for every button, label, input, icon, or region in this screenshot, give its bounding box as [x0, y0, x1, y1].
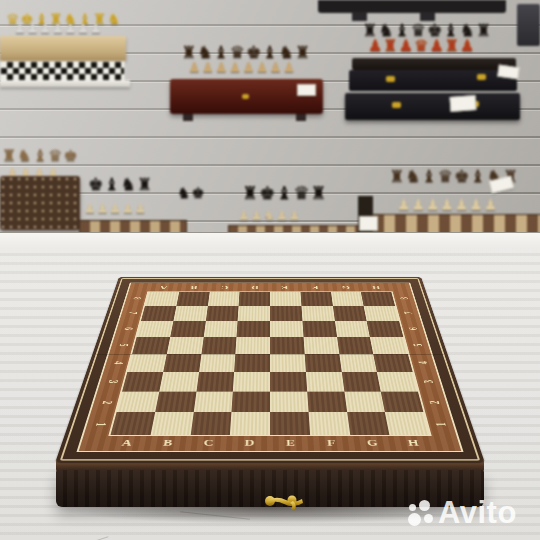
- rank-label-right: 3: [422, 380, 435, 383]
- square-h2: [381, 391, 424, 412]
- square-h3: [377, 372, 418, 391]
- table-scratch: [42, 536, 109, 540]
- metal-chess-pieces-silver: ♟♟♟♟♟♟♟: [14, 22, 103, 35]
- ornate-carved-box: [0, 176, 80, 230]
- square-d5: [236, 337, 270, 354]
- file-label-bottom: C: [203, 439, 214, 447]
- file-label-top: F: [312, 285, 319, 289]
- square-c4: [199, 354, 236, 372]
- square-d4: [234, 354, 270, 372]
- rank-label-right: 5: [412, 344, 424, 347]
- square-e2: [270, 391, 308, 412]
- file-label-bottom: G: [366, 439, 378, 447]
- avito-logo-icon: [407, 497, 435, 529]
- rank-label-left: 5: [116, 344, 128, 347]
- square-e3: [270, 372, 307, 391]
- square-e8: [270, 292, 301, 306]
- square-d1: [230, 412, 270, 435]
- price-tag: [297, 84, 316, 96]
- rank-label-left: 4: [111, 361, 124, 364]
- square-b8: [176, 292, 209, 306]
- carved-chess-pieces-light: ♟♟♟♟♟♟♟♟: [188, 60, 296, 74]
- square-a7: [141, 306, 176, 321]
- price-tag: [450, 95, 477, 112]
- square-d7: [238, 306, 270, 321]
- file-label-bottom: A: [121, 439, 133, 447]
- square-d2: [232, 391, 270, 412]
- rank-label-left: 7: [126, 312, 137, 314]
- square-h7: [364, 306, 399, 321]
- square-c8: [207, 292, 239, 306]
- rank-label-left: 1: [92, 422, 106, 426]
- file-label-top: C: [221, 285, 229, 289]
- brass-knob-icon: [242, 94, 249, 99]
- square-g7: [333, 306, 367, 321]
- square-h4: [373, 354, 412, 372]
- file-label-top: G: [342, 285, 351, 289]
- board-field: [111, 292, 430, 435]
- square-f6: [302, 321, 336, 337]
- square-f1: [308, 412, 349, 435]
- square-e7: [270, 306, 302, 321]
- square-a8: [145, 292, 179, 306]
- brass-latch-icon: [392, 102, 401, 108]
- file-label-bottom: H: [407, 439, 419, 447]
- square-g6: [335, 321, 370, 337]
- cream-chess-pieces: ♟♟♟♟♟: [84, 202, 147, 215]
- logo-dot: [419, 500, 430, 511]
- square-h1: [385, 412, 429, 435]
- black-chess-case: [345, 93, 520, 120]
- board-fold-seam: [96, 354, 443, 355]
- rank-label-left: 2: [99, 400, 113, 404]
- cream-chess-pieces: ♟♟♟♟♟♟♟: [397, 198, 498, 213]
- wall-mounted-case: [318, 0, 506, 13]
- brass-latch-icon: [477, 74, 486, 80]
- file-label-bottom: F: [327, 439, 336, 447]
- rank-label-left: 8: [130, 297, 141, 299]
- black-case-top-right-edge: [517, 4, 540, 46]
- logo-dot: [409, 504, 416, 511]
- box-foot: [183, 114, 193, 121]
- square-a2: [117, 391, 160, 412]
- square-f2: [307, 391, 347, 412]
- square-b6: [170, 321, 205, 337]
- dark-board-under-pieces: [352, 58, 516, 70]
- square-b7: [173, 306, 207, 321]
- latch-icon: [262, 491, 306, 515]
- shelf-displays: ♛♚♝♜♞♝♜♞ ♟♟♟♟♟♟♟ ♜♞♝♛♚♝♞♜ ♟♟♟♟♟♟♟♟ ♜♞♝♛♚…: [0, 0, 540, 250]
- rank-label-right: 8: [399, 297, 410, 299]
- logo-dot: [408, 513, 421, 526]
- square-d3: [233, 372, 270, 391]
- logo-dot: [424, 514, 433, 523]
- cream-chess-pieces: ♟♟♞♟♟: [238, 209, 301, 222]
- square-b4: [163, 354, 201, 372]
- square-f3: [306, 372, 344, 391]
- rank-label-right: 1: [434, 422, 448, 426]
- board-field-frame: [108, 291, 431, 435]
- rank-label-right: 4: [417, 361, 430, 364]
- square-g8: [331, 292, 364, 306]
- rank-label-right: 2: [427, 400, 441, 404]
- square-c6: [203, 321, 237, 337]
- rank-label-left: 3: [105, 380, 118, 383]
- price-tag: [359, 216, 378, 231]
- folded-checkerboard-edge: [0, 61, 125, 81]
- square-f4: [304, 354, 341, 372]
- square-g2: [344, 391, 385, 412]
- black-chess-pieces: ♜♚♝♛♜: [242, 184, 328, 202]
- square-g4: [339, 354, 377, 372]
- square-b2: [155, 391, 196, 412]
- square-h6: [367, 321, 403, 337]
- square-e5: [270, 337, 304, 354]
- square-a3: [122, 372, 163, 391]
- square-c5: [201, 337, 237, 354]
- square-g3: [341, 372, 381, 391]
- painted-chess-pieces-red: ♟♜♟♛♟♜♟: [368, 38, 475, 54]
- rank-label-right: 6: [407, 327, 419, 330]
- rank-label-left: 6: [121, 327, 133, 330]
- square-b3: [159, 372, 199, 391]
- table-back-edge: [0, 232, 540, 248]
- photo-scene: ♛♚♝♜♞♝♜♞ ♟♟♟♟♟♟♟ ♜♞♝♛♚♝♞♜ ♟♟♟♟♟♟♟♟ ♜♞♝♛♚…: [0, 0, 540, 540]
- watermark-text: Avito: [438, 495, 517, 531]
- rank-label-right: 7: [403, 312, 414, 314]
- square-c2: [193, 391, 233, 412]
- square-b1: [150, 412, 193, 435]
- square-f7: [301, 306, 334, 321]
- board-files-top: ABCDEFGH: [147, 283, 392, 291]
- file-label-top: E: [282, 285, 289, 289]
- board-files-bottom: ABCDEFGH: [104, 436, 435, 451]
- brass-latch-icon: [386, 76, 395, 82]
- square-h5: [370, 337, 408, 354]
- square-c7: [205, 306, 238, 321]
- black-chess-case: [349, 70, 517, 91]
- board-outer-inlay-line: ABCDEFGH 87654321 87654321 ABCDEFGH: [60, 278, 480, 460]
- square-e4: [270, 354, 306, 372]
- file-label-bottom: E: [286, 439, 295, 447]
- square-f8: [300, 292, 332, 306]
- square-a6: [137, 321, 173, 337]
- square-f5: [303, 337, 339, 354]
- square-e1: [270, 412, 310, 435]
- black-chess-pieces: ♚♝♞♜: [88, 176, 153, 193]
- file-label-bottom: D: [244, 439, 254, 447]
- square-c3: [196, 372, 234, 391]
- square-a5: [132, 337, 170, 354]
- file-label-top: D: [251, 285, 258, 289]
- black-chess-pieces: ♞♚: [177, 186, 206, 201]
- square-d8: [239, 292, 270, 306]
- square-a1: [111, 412, 155, 435]
- square-b5: [167, 337, 204, 354]
- square-d6: [237, 321, 270, 337]
- board-coordinate-band: ABCDEFGH 87654321 87654321 ABCDEFGH: [76, 283, 463, 453]
- file-label-top: B: [190, 285, 197, 289]
- box-foot: [296, 114, 306, 121]
- square-e6: [270, 321, 303, 337]
- file-label-top: H: [372, 285, 381, 289]
- chessboard: ABCDEFGH 87654321 87654321 ABCDEFGH: [55, 277, 485, 463]
- square-g5: [337, 337, 374, 354]
- file-label-top: A: [160, 285, 168, 289]
- square-h8: [361, 292, 395, 306]
- watermark: Avito: [407, 495, 517, 531]
- square-a4: [127, 354, 166, 372]
- file-label-bottom: B: [162, 439, 172, 447]
- carved-pieces-cluster: ♜♞♝♛♚: [2, 148, 79, 164]
- birch-chess-box: [0, 36, 126, 61]
- shelf-edge: [0, 80, 130, 87]
- square-c1: [190, 412, 231, 435]
- square-g1: [347, 412, 390, 435]
